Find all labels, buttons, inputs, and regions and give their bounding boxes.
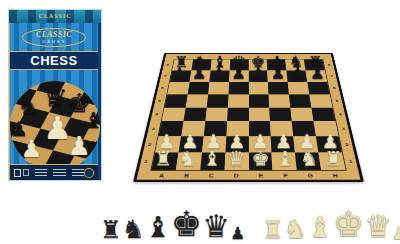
board-square [288, 82, 310, 94]
board-square: ♟ [190, 70, 211, 82]
board-square [269, 107, 291, 121]
board-square: ♟ [229, 70, 249, 82]
board-square: ♟ [306, 70, 327, 82]
chess-piece-black-pawn: ♟ [310, 65, 325, 82]
board-square [167, 82, 189, 94]
chess-piece-white-bishop: ♝ [276, 149, 294, 169]
tray-piece-white-pawn: ♟ [392, 225, 400, 242]
board-square: ♟ [209, 70, 229, 82]
file-label: D [223, 172, 248, 180]
box-fine-print-band [10, 164, 98, 180]
chess-piece-white-king: ♚ [251, 149, 269, 169]
chess-piece-black-pawn: ♟ [192, 65, 207, 82]
black-pieces-row: ♜♞♝♚♛♟ [100, 197, 238, 242]
board-square [183, 107, 206, 121]
file-label: B [173, 172, 199, 180]
brand-seal [84, 168, 94, 178]
board-square: ♟ [268, 70, 288, 82]
board-square: ♝ [200, 153, 225, 170]
tray-piece-black-king: ♚ [171, 207, 202, 242]
board-square: ♛ [224, 153, 248, 170]
board-square: ♟ [170, 70, 191, 82]
rank-label: 6 [329, 82, 341, 94]
product-box: CLASSIC CLASSIC GAMES CHESS ♞♛♚♟♝♟♟♟♜ [8, 9, 102, 181]
board-square [269, 94, 291, 107]
fine-print-lines [35, 169, 48, 176]
board-square [205, 107, 227, 121]
rank-label: 7 [326, 70, 337, 82]
board-square: ♜ [319, 153, 346, 170]
board-square [228, 94, 249, 107]
photo-piece-black-rook: ♜ [87, 139, 100, 161]
rank-label: 8 [324, 59, 335, 70]
board-square [307, 82, 329, 94]
tray-piece-black-pawn: ♟ [230, 225, 245, 242]
photo-piece-white-pawn: ♟ [21, 137, 43, 161]
board-square [188, 82, 210, 94]
chess-piece-white-rook: ♜ [324, 149, 342, 169]
board-square [186, 94, 208, 107]
file-label: E [249, 172, 274, 180]
box-top-face: CLASSIC [9, 10, 101, 24]
file-label: C [198, 172, 223, 180]
tray-piece-white-bishop: ♝ [307, 213, 333, 242]
chess-piece-black-pawn: ♟ [290, 65, 305, 82]
chessboard: 87654321 87654321 ABCDEFGH ♜♞♝♛♚♝♞♜♟♟♟♟♟… [133, 53, 364, 182]
tray-piece-black-queen: ♛ [202, 211, 230, 242]
board-square [162, 107, 186, 121]
brand-subtitle: GAMES [23, 40, 85, 44]
photo-piece-black-queen: ♛ [42, 83, 67, 111]
tray-piece-white-king: ♚ [333, 207, 364, 242]
chessboard-scene: 87654321 87654321 ABCDEFGH ♜♞♝♛♚♝♞♜♟♟♟♟♟… [133, 0, 364, 182]
tray-piece-white-queen: ♛ [364, 211, 392, 242]
tray-piece-white-knight: ♞ [284, 216, 307, 242]
board-square [289, 94, 311, 107]
chess-piece-white-bishop: ♝ [203, 149, 221, 169]
chess-piece-black-pawn: ♟ [172, 65, 187, 82]
tray-piece-white-rook: ♜ [262, 218, 284, 242]
board-square [290, 107, 313, 121]
board-square [227, 107, 249, 121]
safety-mark [23, 169, 29, 176]
board-square: ♟ [249, 70, 269, 82]
board-square: ♚ [249, 153, 273, 170]
box-photo: ♞♛♚♟♝♟♟♟♜ [10, 81, 100, 171]
tray-piece-black-bishop: ♝ [145, 213, 171, 242]
chess-piece-black-pawn: ♟ [231, 65, 246, 82]
board-square: ♞ [295, 153, 321, 170]
board-square [207, 94, 229, 107]
board-square [249, 82, 269, 94]
photo-piece-black-knight: ♞ [17, 94, 39, 118]
board-square [249, 94, 270, 107]
chess-piece-white-knight: ♞ [300, 149, 318, 169]
board-square [309, 94, 332, 107]
rank-label: 5 [331, 94, 343, 107]
box-front-face: CLASSIC GAMES CHESS ♞♛♚♟♝♟♟♟♜ [9, 23, 101, 180]
chess-piece-white-queen: ♛ [227, 149, 245, 169]
board-square: ♜ [151, 153, 178, 170]
white-pieces-row: ♜♞♝♚♛♟ [262, 197, 394, 242]
board-square [208, 82, 229, 94]
chess-piece-black-pawn: ♟ [270, 65, 285, 82]
fine-print-lines [53, 169, 66, 176]
fine-print-lines [72, 169, 85, 176]
chess-piece-white-knight: ♞ [179, 149, 197, 169]
file-label: A [148, 172, 174, 180]
box-title: CHESS [10, 51, 98, 70]
chess-piece-white-rook: ♜ [155, 149, 173, 169]
file-labels: ABCDEFGH [148, 172, 348, 180]
file-label: G [298, 172, 324, 180]
age-grade-mark [14, 169, 21, 177]
file-label: F [273, 172, 298, 180]
chess-piece-black-pawn: ♟ [212, 65, 227, 82]
board-squares: ♜♞♝♛♚♝♞♜♟♟♟♟♟♟♟♟♟♟♟♟♟♟♟♟♜♞♝♛♚♝♞♜ [150, 59, 346, 171]
board-square [228, 82, 248, 94]
file-label: H [322, 172, 348, 180]
board-square: ♝ [272, 153, 297, 170]
board-square [165, 94, 188, 107]
photo-piece-black-bishop: ♝ [84, 110, 100, 132]
chess-piece-black-pawn: ♟ [251, 65, 266, 82]
board-square: ♟ [287, 70, 308, 82]
box-top-label: CLASSIC [9, 10, 101, 22]
tray-piece-black-knight: ♞ [122, 216, 145, 242]
brand-oval: CLASSIC GAMES [22, 28, 86, 47]
board-square [311, 107, 335, 121]
board-square: ♞ [176, 153, 202, 170]
board-square [268, 82, 289, 94]
tray-piece-black-rook: ♜ [100, 218, 122, 242]
board-square [249, 107, 271, 121]
